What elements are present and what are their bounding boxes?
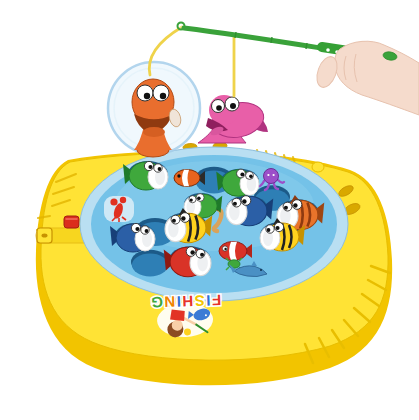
sticker-lobster bbox=[104, 196, 134, 222]
caught-fish-pink[interactable] bbox=[198, 95, 268, 143]
pond-hole bbox=[131, 250, 169, 277]
base-corner-nub bbox=[312, 162, 324, 172]
power-switch[interactable] bbox=[64, 216, 79, 228]
product-photo-fishing-game: FISHING bbox=[0, 0, 419, 420]
logo-text: FISHING bbox=[149, 292, 221, 311]
rod-shaft bbox=[184, 28, 340, 51]
rod-handle-dot bbox=[326, 48, 330, 52]
slider-knob-hole bbox=[42, 234, 48, 238]
hand-fist-and-arm bbox=[335, 41, 419, 115]
